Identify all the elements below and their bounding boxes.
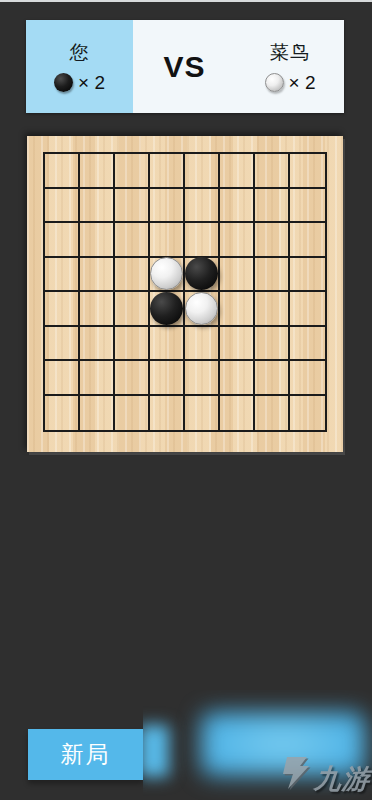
new-game-button[interactable]: 新局 bbox=[28, 729, 143, 780]
cell-c5[interactable] bbox=[115, 292, 150, 327]
cell-d3[interactable] bbox=[150, 223, 185, 258]
vs-panel: VS bbox=[133, 20, 236, 113]
cell-a4[interactable] bbox=[45, 258, 80, 293]
player-you-count: × 2 bbox=[78, 72, 105, 94]
blurred-controls-area bbox=[143, 690, 372, 800]
white-stone-icon bbox=[265, 73, 284, 92]
cell-f2[interactable] bbox=[220, 189, 255, 224]
cell-c8[interactable] bbox=[115, 396, 150, 431]
cell-f7[interactable] bbox=[220, 361, 255, 396]
cell-b7[interactable] bbox=[80, 361, 115, 396]
cell-c3[interactable] bbox=[115, 223, 150, 258]
cell-d2[interactable] bbox=[150, 189, 185, 224]
cell-e6[interactable] bbox=[185, 327, 220, 362]
cell-a6[interactable] bbox=[45, 327, 80, 362]
cell-h3[interactable] bbox=[290, 223, 325, 258]
cell-e4[interactable] bbox=[185, 258, 220, 293]
vs-label: VS bbox=[163, 50, 205, 84]
cell-h2[interactable] bbox=[290, 189, 325, 224]
white-disc bbox=[150, 257, 183, 290]
cell-b4[interactable] bbox=[80, 258, 115, 293]
cell-g5[interactable] bbox=[255, 292, 290, 327]
cell-f3[interactable] bbox=[220, 223, 255, 258]
cell-g1[interactable] bbox=[255, 154, 290, 189]
cell-a5[interactable] bbox=[45, 292, 80, 327]
cell-e5[interactable] bbox=[185, 292, 220, 327]
cell-h5[interactable] bbox=[290, 292, 325, 327]
cell-b6[interactable] bbox=[80, 327, 115, 362]
cell-f8[interactable] bbox=[220, 396, 255, 431]
cell-f5[interactable] bbox=[220, 292, 255, 327]
cell-h6[interactable] bbox=[290, 327, 325, 362]
cell-c1[interactable] bbox=[115, 154, 150, 189]
cell-h4[interactable] bbox=[290, 258, 325, 293]
player-opponent-label: 菜鸟 bbox=[270, 40, 310, 66]
cell-g7[interactable] bbox=[255, 361, 290, 396]
cell-d7[interactable] bbox=[150, 361, 185, 396]
scoreboard: 您 × 2 VS 菜鸟 × 2 bbox=[26, 20, 344, 113]
cell-b1[interactable] bbox=[80, 154, 115, 189]
cell-a3[interactable] bbox=[45, 223, 80, 258]
cell-g4[interactable] bbox=[255, 258, 290, 293]
cell-e8[interactable] bbox=[185, 396, 220, 431]
cell-e1[interactable] bbox=[185, 154, 220, 189]
cell-b2[interactable] bbox=[80, 189, 115, 224]
top-hairline bbox=[0, 0, 372, 2]
black-disc bbox=[185, 257, 218, 290]
cell-a7[interactable] bbox=[45, 361, 80, 396]
cell-d4[interactable] bbox=[150, 258, 185, 293]
player-opponent-score: × 2 bbox=[265, 72, 316, 94]
othello-board bbox=[27, 136, 343, 452]
cell-g8[interactable] bbox=[255, 396, 290, 431]
cell-c7[interactable] bbox=[115, 361, 150, 396]
player-you-score: × 2 bbox=[54, 72, 105, 94]
player-panel-you: 您 × 2 bbox=[26, 20, 133, 113]
cell-c4[interactable] bbox=[115, 258, 150, 293]
black-disc bbox=[150, 292, 183, 325]
cell-e3[interactable] bbox=[185, 223, 220, 258]
cell-c2[interactable] bbox=[115, 189, 150, 224]
player-panel-opponent: 菜鸟 × 2 bbox=[236, 20, 344, 113]
cell-d5[interactable] bbox=[150, 292, 185, 327]
cell-b8[interactable] bbox=[80, 396, 115, 431]
cell-b5[interactable] bbox=[80, 292, 115, 327]
cell-h8[interactable] bbox=[290, 396, 325, 431]
cell-d1[interactable] bbox=[150, 154, 185, 189]
cell-c6[interactable] bbox=[115, 327, 150, 362]
cell-a2[interactable] bbox=[45, 189, 80, 224]
cell-a8[interactable] bbox=[45, 396, 80, 431]
cell-h7[interactable] bbox=[290, 361, 325, 396]
cell-f6[interactable] bbox=[220, 327, 255, 362]
cell-a1[interactable] bbox=[45, 154, 80, 189]
cell-g6[interactable] bbox=[255, 327, 290, 362]
cell-d6[interactable] bbox=[150, 327, 185, 362]
cell-d8[interactable] bbox=[150, 396, 185, 431]
cell-f4[interactable] bbox=[220, 258, 255, 293]
cell-h1[interactable] bbox=[290, 154, 325, 189]
player-you-label: 您 bbox=[70, 40, 90, 66]
cell-e2[interactable] bbox=[185, 189, 220, 224]
cell-e7[interactable] bbox=[185, 361, 220, 396]
blurred-button[interactable] bbox=[201, 712, 365, 776]
player-opponent-count: × 2 bbox=[289, 72, 316, 94]
black-stone-icon bbox=[54, 73, 73, 92]
cell-g3[interactable] bbox=[255, 223, 290, 258]
cell-g2[interactable] bbox=[255, 189, 290, 224]
cell-f1[interactable] bbox=[220, 154, 255, 189]
blurred-button-edge[interactable] bbox=[143, 725, 169, 777]
white-disc bbox=[185, 292, 218, 325]
board-grid bbox=[43, 152, 327, 432]
cell-b3[interactable] bbox=[80, 223, 115, 258]
